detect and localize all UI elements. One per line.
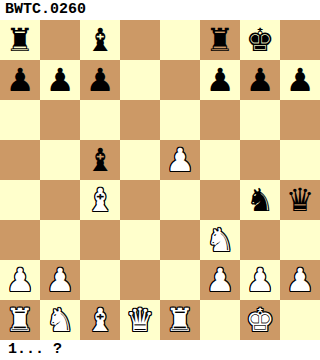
square-g7[interactable]: ♟ xyxy=(240,60,280,100)
square-c5[interactable]: ♝ xyxy=(80,140,120,180)
square-g3[interactable] xyxy=(240,220,280,260)
square-d2[interactable] xyxy=(120,260,160,300)
square-f1[interactable] xyxy=(200,300,240,340)
square-d6[interactable] xyxy=(120,100,160,140)
black-queen[interactable]: ♛ xyxy=(286,180,315,220)
square-d4[interactable] xyxy=(120,180,160,220)
black-bishop[interactable]: ♝ xyxy=(86,140,115,180)
square-h5[interactable] xyxy=(280,140,320,180)
white-pawn[interactable]: ♟ xyxy=(286,260,315,300)
square-g2[interactable]: ♟ xyxy=(240,260,280,300)
square-h4[interactable]: ♛ xyxy=(280,180,320,220)
white-king[interactable]: ♚ xyxy=(246,300,275,340)
square-h3[interactable] xyxy=(280,220,320,260)
square-h1[interactable] xyxy=(280,300,320,340)
black-pawn[interactable]: ♟ xyxy=(46,60,75,100)
puzzle-title: BWTC.0260 xyxy=(0,0,320,20)
square-b7[interactable]: ♟ xyxy=(40,60,80,100)
black-pawn[interactable]: ♟ xyxy=(286,60,315,100)
square-f4[interactable] xyxy=(200,180,240,220)
white-bishop[interactable]: ♝ xyxy=(86,300,115,340)
square-h2[interactable]: ♟ xyxy=(280,260,320,300)
square-a5[interactable] xyxy=(0,140,40,180)
square-b8[interactable] xyxy=(40,20,80,60)
square-f6[interactable] xyxy=(200,100,240,140)
black-rook[interactable]: ♜ xyxy=(206,20,235,60)
square-g5[interactable] xyxy=(240,140,280,180)
square-d3[interactable] xyxy=(120,220,160,260)
white-pawn[interactable]: ♟ xyxy=(46,260,75,300)
square-e3[interactable] xyxy=(160,220,200,260)
square-a6[interactable] xyxy=(0,100,40,140)
square-c6[interactable] xyxy=(80,100,120,140)
square-a3[interactable] xyxy=(0,220,40,260)
square-d5[interactable] xyxy=(120,140,160,180)
square-g1[interactable]: ♚ xyxy=(240,300,280,340)
black-bishop[interactable]: ♝ xyxy=(86,20,115,60)
square-a1[interactable]: ♜ xyxy=(0,300,40,340)
white-pawn[interactable]: ♟ xyxy=(206,260,235,300)
white-rook[interactable]: ♜ xyxy=(6,300,35,340)
square-e8[interactable] xyxy=(160,20,200,60)
square-d1[interactable]: ♛ xyxy=(120,300,160,340)
square-d8[interactable] xyxy=(120,20,160,60)
square-f5[interactable] xyxy=(200,140,240,180)
move-prompt: 1... ? xyxy=(0,340,320,360)
white-knight[interactable]: ♞ xyxy=(206,220,235,260)
square-b6[interactable] xyxy=(40,100,80,140)
white-knight[interactable]: ♞ xyxy=(46,300,75,340)
square-f7[interactable]: ♟ xyxy=(200,60,240,100)
square-f3[interactable]: ♞ xyxy=(200,220,240,260)
square-c4[interactable]: ♝ xyxy=(80,180,120,220)
white-bishop[interactable]: ♝ xyxy=(86,180,115,220)
black-pawn[interactable]: ♟ xyxy=(6,60,35,100)
square-a7[interactable]: ♟ xyxy=(0,60,40,100)
square-a8[interactable]: ♜ xyxy=(0,20,40,60)
square-b2[interactable]: ♟ xyxy=(40,260,80,300)
square-h8[interactable] xyxy=(280,20,320,60)
square-c7[interactable]: ♟ xyxy=(80,60,120,100)
square-e1[interactable]: ♜ xyxy=(160,300,200,340)
square-g8[interactable]: ♚ xyxy=(240,20,280,60)
square-e5[interactable]: ♟ xyxy=(160,140,200,180)
white-queen[interactable]: ♛ xyxy=(126,300,155,340)
square-e7[interactable] xyxy=(160,60,200,100)
square-d7[interactable] xyxy=(120,60,160,100)
black-rook[interactable]: ♜ xyxy=(6,20,35,60)
white-pawn[interactable]: ♟ xyxy=(166,140,195,180)
square-b5[interactable] xyxy=(40,140,80,180)
square-g6[interactable] xyxy=(240,100,280,140)
square-c1[interactable]: ♝ xyxy=(80,300,120,340)
white-pawn[interactable]: ♟ xyxy=(6,260,35,300)
black-pawn[interactable]: ♟ xyxy=(206,60,235,100)
square-g4[interactable]: ♞ xyxy=(240,180,280,220)
square-h6[interactable] xyxy=(280,100,320,140)
black-pawn[interactable]: ♟ xyxy=(246,60,275,100)
square-b3[interactable] xyxy=(40,220,80,260)
square-a2[interactable]: ♟ xyxy=(0,260,40,300)
square-c3[interactable] xyxy=(80,220,120,260)
white-pawn[interactable]: ♟ xyxy=(246,260,275,300)
black-king[interactable]: ♚ xyxy=(246,20,275,60)
square-b4[interactable] xyxy=(40,180,80,220)
square-h7[interactable]: ♟ xyxy=(280,60,320,100)
square-b1[interactable]: ♞ xyxy=(40,300,80,340)
square-f2[interactable]: ♟ xyxy=(200,260,240,300)
chess-board: ♜♝♜♚♟♟♟♟♟♟♝♟♝♞♛♞♟♟♟♟♟♜♞♝♛♜♚ xyxy=(0,20,320,340)
chess-puzzle-window: BWTC.0260 ♜♝♜♚♟♟♟♟♟♟♝♟♝♞♛♞♟♟♟♟♟♜♞♝♛♜♚ 1.… xyxy=(0,0,320,360)
square-c8[interactable]: ♝ xyxy=(80,20,120,60)
square-f8[interactable]: ♜ xyxy=(200,20,240,60)
square-a4[interactable] xyxy=(0,180,40,220)
square-e2[interactable] xyxy=(160,260,200,300)
white-rook[interactable]: ♜ xyxy=(166,300,195,340)
square-c2[interactable] xyxy=(80,260,120,300)
black-pawn[interactable]: ♟ xyxy=(86,60,115,100)
black-knight[interactable]: ♞ xyxy=(246,180,275,220)
square-e6[interactable] xyxy=(160,100,200,140)
square-e4[interactable] xyxy=(160,180,200,220)
